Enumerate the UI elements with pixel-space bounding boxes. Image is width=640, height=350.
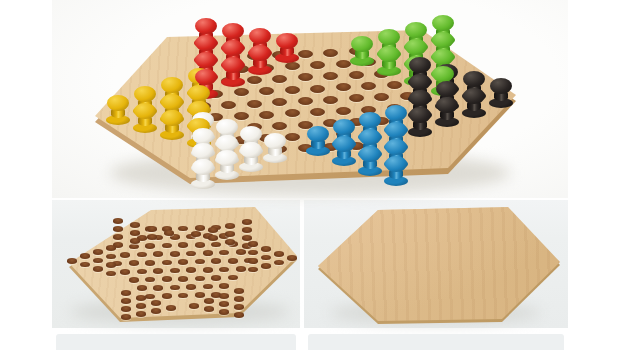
board-hole: [67, 258, 77, 264]
board-hole: [242, 227, 252, 233]
peg-white: [263, 133, 287, 163]
board-hole: [225, 231, 235, 237]
board-hole: [285, 86, 300, 94]
board-hole: [298, 97, 313, 105]
board-hole: [145, 294, 155, 300]
peg-black: [435, 97, 459, 127]
board-hole: [219, 267, 229, 273]
board-hole: [170, 268, 180, 274]
board-hole: [234, 312, 244, 318]
board-hole: [236, 249, 246, 255]
board-hole: [259, 111, 274, 119]
board-hole: [272, 75, 287, 83]
board-hole: [121, 314, 131, 320]
peg-white: [239, 142, 263, 172]
peg-yellow: [133, 103, 157, 133]
board-hole: [137, 285, 147, 291]
board-hole: [178, 293, 188, 299]
board-hole: [298, 50, 313, 58]
board-hole: [170, 251, 180, 257]
board-hole: [130, 222, 140, 228]
board-hole: [162, 276, 172, 282]
board-hole: [310, 85, 325, 93]
board-hole: [113, 218, 123, 224]
board-hole: [236, 266, 246, 272]
board-hole: [145, 260, 155, 266]
board-hole: [80, 253, 90, 259]
board-hole: [323, 49, 338, 57]
board-hole: [219, 309, 229, 315]
board-hole: [248, 241, 258, 247]
board-hole: [336, 107, 351, 115]
board-hole: [195, 276, 205, 282]
board-hole: [145, 243, 155, 249]
board-hole: [113, 226, 123, 232]
board-hole: [195, 292, 205, 298]
board-hole: [121, 306, 131, 312]
board-hole: [136, 303, 146, 309]
board-hole: [219, 293, 229, 299]
board-hole: [195, 225, 205, 231]
board-hole: [274, 251, 284, 257]
board-hole: [203, 284, 213, 290]
board-hole: [178, 259, 188, 265]
board-hole: [162, 260, 172, 266]
board-hole: [248, 258, 258, 264]
board-hole: [162, 293, 172, 299]
board-hole: [153, 285, 163, 291]
board-hole: [261, 255, 271, 261]
board-hole: [261, 246, 271, 252]
peg-white: [191, 159, 215, 189]
peg-green: [377, 46, 401, 76]
board-hole: [130, 230, 140, 236]
board-hole: [106, 271, 116, 277]
board-hole: [147, 234, 157, 240]
board-hole: [106, 262, 116, 268]
board-hole: [178, 242, 188, 248]
product-photo-collage: [0, 0, 640, 350]
board-hole: [80, 262, 90, 268]
board-hole: [349, 71, 364, 79]
board-hole: [211, 242, 221, 248]
board-hole: [129, 277, 139, 283]
board-hole: [228, 275, 238, 281]
empty-game-board: [0, 0, 640, 350]
peg-white: [215, 150, 239, 180]
board-hole: [211, 258, 221, 264]
board-hole: [121, 298, 131, 304]
board-hole: [170, 285, 180, 291]
peg-yellow: [160, 110, 184, 140]
board-hole: [147, 226, 157, 232]
peg-blue: [306, 126, 330, 156]
peg-red: [221, 57, 245, 87]
board-hole: [247, 76, 262, 84]
peg-black: [408, 107, 432, 137]
board-hole: [287, 255, 297, 261]
peg-yellow: [106, 95, 130, 125]
board-hole: [113, 234, 123, 240]
board-hole: [189, 303, 199, 309]
board-hole: [93, 249, 103, 255]
thumbnail-strip: [308, 334, 564, 350]
thumbnail-strip: [56, 334, 296, 350]
board-hole: [211, 275, 221, 281]
peg-black: [462, 88, 486, 118]
board-hole: [120, 252, 130, 258]
board-hole: [93, 266, 103, 272]
board-hole: [121, 290, 131, 296]
board-hole: [137, 252, 147, 258]
board-hole: [151, 308, 161, 314]
board-hole: [248, 267, 258, 273]
board-hole: [285, 133, 300, 141]
board-hole: [242, 219, 252, 225]
board-hole: [106, 254, 116, 260]
board-hole: [93, 258, 103, 264]
board-hole: [219, 283, 229, 289]
board-hole: [186, 284, 196, 290]
peg-blue: [358, 146, 382, 176]
board-hole: [272, 122, 287, 130]
board-hole: [336, 60, 351, 68]
board-hole: [208, 227, 218, 233]
board-hole: [106, 245, 116, 251]
board-hole: [203, 267, 213, 273]
board-hole: [153, 268, 163, 274]
board-hole: [178, 226, 188, 232]
board-hole: [136, 311, 146, 317]
board-hole: [387, 81, 402, 89]
board-hole: [204, 298, 214, 304]
board-hole: [225, 239, 235, 245]
board-hole: [225, 223, 235, 229]
board-hole: [219, 250, 229, 256]
board-hole: [323, 96, 338, 104]
peg-red: [275, 33, 299, 63]
peg-green: [350, 36, 374, 66]
board-hole: [228, 258, 238, 264]
board-hole: [186, 267, 196, 273]
board-hole: [164, 230, 174, 236]
board-hole: [274, 260, 284, 266]
board-hole: [186, 251, 196, 257]
board-hole: [261, 263, 271, 269]
board-hole: [162, 243, 172, 249]
peg-red: [248, 45, 272, 75]
board-hole: [195, 242, 205, 248]
board-hole: [145, 277, 155, 283]
board-hole: [166, 305, 176, 311]
board-hole: [242, 235, 252, 241]
board-hole: [129, 244, 139, 250]
peg-blue: [384, 156, 408, 186]
board-hole: [234, 304, 244, 310]
board-hole: [137, 269, 147, 275]
board-hole: [247, 100, 262, 108]
board-hole: [221, 101, 236, 109]
board-hole: [204, 306, 214, 312]
board-hole: [153, 251, 163, 257]
board-hole: [195, 259, 205, 265]
board-hole: [248, 250, 258, 256]
board-hole: [130, 238, 140, 244]
peg-black: [489, 78, 513, 108]
board-hole: [151, 300, 161, 306]
board-hole: [129, 260, 139, 266]
board-hole: [203, 250, 213, 256]
peg-blue: [332, 136, 356, 166]
board-hole: [208, 235, 218, 241]
board-hole: [234, 288, 244, 294]
board-hole: [178, 276, 188, 282]
board-hole: [191, 231, 201, 237]
board-hole: [219, 301, 229, 307]
board-hole: [234, 296, 244, 302]
board-hole: [120, 269, 130, 275]
board-hole: [136, 295, 146, 301]
